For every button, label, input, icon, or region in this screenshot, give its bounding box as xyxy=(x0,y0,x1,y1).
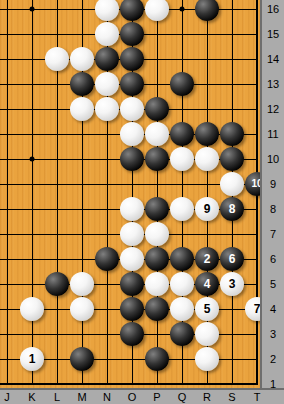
move-number-label: 4 xyxy=(204,278,211,290)
column-label: S xyxy=(228,391,235,403)
move-number-label: 5 xyxy=(204,303,211,315)
stone-white[interactable] xyxy=(220,172,244,196)
row-label: 9 xyxy=(262,178,284,190)
stone-black[interactable] xyxy=(120,47,144,71)
stone-black[interactable] xyxy=(120,322,144,346)
stone-white-move-9[interactable]: 9 xyxy=(195,197,219,221)
stone-white-move-1[interactable]: 1 xyxy=(20,347,44,371)
goban[interactable]: 10982643571 xyxy=(0,0,262,390)
stone-white[interactable] xyxy=(70,297,94,321)
stone-black[interactable] xyxy=(170,72,194,96)
row-label: 4 xyxy=(262,303,284,315)
stone-black-move-8[interactable]: 8 xyxy=(220,197,244,221)
stone-black[interactable] xyxy=(220,147,244,171)
stones-layer: 10982643571 xyxy=(0,0,270,397)
stone-black[interactable] xyxy=(170,122,194,146)
stone-black[interactable] xyxy=(120,147,144,171)
stone-white[interactable] xyxy=(170,147,194,171)
stone-white[interactable] xyxy=(95,72,119,96)
stone-white[interactable] xyxy=(195,347,219,371)
move-number-label: 1 xyxy=(29,353,36,365)
stone-white[interactable] xyxy=(145,222,169,246)
stone-white[interactable] xyxy=(195,147,219,171)
stone-black[interactable] xyxy=(70,72,94,96)
row-label: 13 xyxy=(262,78,284,90)
column-label: T xyxy=(254,391,261,403)
row-label: 12 xyxy=(262,103,284,115)
stone-white[interactable] xyxy=(70,272,94,296)
stone-black[interactable] xyxy=(145,297,169,321)
stone-black[interactable] xyxy=(120,72,144,96)
row-label: 3 xyxy=(262,328,284,340)
stone-black[interactable] xyxy=(120,272,144,296)
stone-white[interactable] xyxy=(120,222,144,246)
stone-white[interactable] xyxy=(70,97,94,121)
row-label: 8 xyxy=(262,203,284,215)
row-label: 5 xyxy=(262,278,284,290)
stone-white[interactable] xyxy=(145,122,169,146)
stone-white[interactable] xyxy=(45,47,69,71)
row-coordinates-strip: 16151413121110987654321 xyxy=(260,0,284,390)
stone-white-move-3[interactable]: 3 xyxy=(220,272,244,296)
stone-black[interactable] xyxy=(170,247,194,271)
column-label: L xyxy=(54,391,60,403)
stone-black[interactable] xyxy=(145,247,169,271)
row-label: 15 xyxy=(262,28,284,40)
stone-white[interactable] xyxy=(20,297,44,321)
column-label: O xyxy=(128,391,137,403)
stone-white-move-5[interactable]: 5 xyxy=(195,297,219,321)
stone-white[interactable] xyxy=(145,272,169,296)
column-label: M xyxy=(77,391,86,403)
row-label: 2 xyxy=(262,353,284,365)
stone-black[interactable] xyxy=(120,297,144,321)
stone-black[interactable] xyxy=(195,122,219,146)
stone-black[interactable] xyxy=(70,347,94,371)
move-number-label: 2 xyxy=(204,253,211,265)
stone-black[interactable] xyxy=(220,122,244,146)
stone-black[interactable] xyxy=(170,322,194,346)
column-label: P xyxy=(153,391,160,403)
row-label: 6 xyxy=(262,253,284,265)
move-number-label: 8 xyxy=(229,203,236,215)
stone-black[interactable] xyxy=(145,197,169,221)
stone-black[interactable] xyxy=(120,0,144,21)
stone-white[interactable] xyxy=(145,0,169,21)
go-board-diagram: 10982643571 16151413121110987654321 JKLM… xyxy=(0,0,284,404)
stone-black-move-6[interactable]: 6 xyxy=(220,247,244,271)
column-label: K xyxy=(28,391,35,403)
row-label: 10 xyxy=(262,153,284,165)
stone-black-move-4[interactable]: 4 xyxy=(195,272,219,296)
stone-black[interactable] xyxy=(95,47,119,71)
stone-black-move-2[interactable]: 2 xyxy=(195,247,219,271)
column-coordinates-strip: JKLMNOPQRST xyxy=(0,388,284,404)
stone-black[interactable] xyxy=(145,147,169,171)
stone-black[interactable] xyxy=(45,272,69,296)
row-label: 7 xyxy=(262,228,284,240)
stone-white[interactable] xyxy=(95,0,119,21)
move-number-label: 9 xyxy=(204,203,211,215)
stone-white[interactable] xyxy=(170,297,194,321)
move-number-label: 6 xyxy=(229,253,236,265)
stone-black[interactable] xyxy=(145,97,169,121)
row-label: 16 xyxy=(262,3,284,15)
stone-black[interactable] xyxy=(195,0,219,21)
move-number-label: 3 xyxy=(229,278,236,290)
stone-black[interactable] xyxy=(95,247,119,271)
stone-white[interactable] xyxy=(120,247,144,271)
stone-white[interactable] xyxy=(95,97,119,121)
stone-white[interactable] xyxy=(170,197,194,221)
column-label: J xyxy=(4,391,10,403)
stone-white[interactable] xyxy=(170,272,194,296)
stone-black[interactable] xyxy=(145,347,169,371)
stone-white[interactable] xyxy=(120,122,144,146)
column-label: N xyxy=(103,391,111,403)
stone-white[interactable] xyxy=(120,97,144,121)
row-label: 11 xyxy=(262,128,284,140)
stone-white[interactable] xyxy=(95,22,119,46)
column-label: R xyxy=(203,391,211,403)
stone-black[interactable] xyxy=(120,22,144,46)
stone-white[interactable] xyxy=(70,47,94,71)
stone-white[interactable] xyxy=(120,197,144,221)
row-label: 14 xyxy=(262,53,284,65)
stone-white[interactable] xyxy=(195,322,219,346)
column-label: Q xyxy=(178,391,187,403)
